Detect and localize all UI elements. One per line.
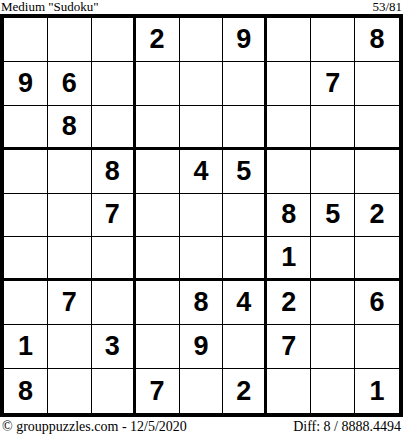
cell-r6c8[interactable] <box>311 237 355 281</box>
cell-r6c4[interactable] <box>136 237 180 281</box>
cell-r4c7[interactable] <box>267 150 311 194</box>
cell-r7c9[interactable]: 6 <box>355 281 399 325</box>
cell-r3c6[interactable] <box>223 106 267 150</box>
cell-r2c3[interactable] <box>92 62 136 106</box>
cell-r1c2[interactable] <box>48 18 92 62</box>
footer: © grouppuzzles.com - 12/5/2020 Diff: 8 /… <box>0 417 403 437</box>
cell-r9c3[interactable] <box>92 369 136 413</box>
cell-r8c7[interactable]: 7 <box>267 325 311 369</box>
cell-r6c1[interactable] <box>4 237 48 281</box>
cell-r3c3[interactable] <box>92 106 136 150</box>
cell-r9c4[interactable]: 7 <box>136 369 180 413</box>
cell-r3c9[interactable] <box>355 106 399 150</box>
cell-r7c2[interactable]: 7 <box>48 281 92 325</box>
cell-r7c1[interactable] <box>4 281 48 325</box>
cell-r5c2[interactable] <box>48 194 92 238</box>
cell-r4c6[interactable]: 5 <box>223 150 267 194</box>
cell-r8c1[interactable]: 1 <box>4 325 48 369</box>
cell-r1c3[interactable] <box>92 18 136 62</box>
cell-r5c3[interactable]: 7 <box>92 194 136 238</box>
cell-r4c1[interactable] <box>4 150 48 194</box>
cell-r3c4[interactable] <box>136 106 180 150</box>
cell-r5c9[interactable]: 2 <box>355 194 399 238</box>
cell-r8c6[interactable] <box>223 325 267 369</box>
empty-cell-counter: 53/81 <box>372 0 402 14</box>
cell-r7c5[interactable]: 8 <box>180 281 224 325</box>
cell-r4c8[interactable] <box>311 150 355 194</box>
cell-r2c8[interactable]: 7 <box>311 62 355 106</box>
cell-r3c2[interactable]: 8 <box>48 106 92 150</box>
cell-r3c1[interactable] <box>4 106 48 150</box>
cell-r2c7[interactable] <box>267 62 311 106</box>
cell-r8c4[interactable] <box>136 325 180 369</box>
cell-r8c2[interactable] <box>48 325 92 369</box>
copyright: © grouppuzzles.com - 12/5/2020 <box>2 419 187 435</box>
cell-r7c3[interactable] <box>92 281 136 325</box>
cell-r4c5[interactable]: 4 <box>180 150 224 194</box>
cell-r7c8[interactable] <box>311 281 355 325</box>
page-title: Medium "Sudoku" <box>1 0 99 14</box>
difficulty: Diff: 8 / 8888.4494 <box>293 419 401 435</box>
cell-r2c4[interactable] <box>136 62 180 106</box>
cell-r1c7[interactable] <box>267 18 311 62</box>
cell-r9c5[interactable] <box>180 369 224 413</box>
cell-r2c5[interactable] <box>180 62 224 106</box>
cell-r7c4[interactable] <box>136 281 180 325</box>
cell-r2c1[interactable]: 9 <box>4 62 48 106</box>
cell-r2c9[interactable] <box>355 62 399 106</box>
cell-r9c7[interactable] <box>267 369 311 413</box>
cell-r7c7[interactable]: 2 <box>267 281 311 325</box>
cell-r3c5[interactable] <box>180 106 224 150</box>
header: Medium "Sudoku" 53/81 <box>0 0 403 14</box>
cell-r9c2[interactable] <box>48 369 92 413</box>
cell-r7c6[interactable]: 4 <box>223 281 267 325</box>
cell-r9c1[interactable]: 8 <box>4 369 48 413</box>
cell-r9c9[interactable]: 1 <box>355 369 399 413</box>
sudoku-board: 2989678845785217842613978721 <box>0 14 403 417</box>
cell-r3c8[interactable] <box>311 106 355 150</box>
cell-r3c7[interactable] <box>267 106 311 150</box>
cell-r1c1[interactable] <box>4 18 48 62</box>
cell-r4c4[interactable] <box>136 150 180 194</box>
cell-r5c5[interactable] <box>180 194 224 238</box>
cell-r5c7[interactable]: 8 <box>267 194 311 238</box>
cell-r1c4[interactable]: 2 <box>136 18 180 62</box>
cell-r4c2[interactable] <box>48 150 92 194</box>
cell-r2c6[interactable] <box>223 62 267 106</box>
cell-r4c9[interactable] <box>355 150 399 194</box>
cell-r5c6[interactable] <box>223 194 267 238</box>
cell-r6c3[interactable] <box>92 237 136 281</box>
cell-r5c8[interactable]: 5 <box>311 194 355 238</box>
cell-r8c5[interactable]: 9 <box>180 325 224 369</box>
cell-r1c6[interactable]: 9 <box>223 18 267 62</box>
cell-r6c6[interactable] <box>223 237 267 281</box>
cell-r9c8[interactable] <box>311 369 355 413</box>
cell-r6c5[interactable] <box>180 237 224 281</box>
cell-r5c4[interactable] <box>136 194 180 238</box>
cell-r8c3[interactable]: 3 <box>92 325 136 369</box>
cell-r1c8[interactable] <box>311 18 355 62</box>
cell-r5c1[interactable] <box>4 194 48 238</box>
cell-r8c9[interactable] <box>355 325 399 369</box>
cell-r6c2[interactable] <box>48 237 92 281</box>
cell-r6c9[interactable] <box>355 237 399 281</box>
cell-r9c6[interactable]: 2 <box>223 369 267 413</box>
cell-r6c7[interactable]: 1 <box>267 237 311 281</box>
cell-r1c5[interactable] <box>180 18 224 62</box>
cell-r2c2[interactable]: 6 <box>48 62 92 106</box>
cell-r1c9[interactable]: 8 <box>355 18 399 62</box>
cell-r4c3[interactable]: 8 <box>92 150 136 194</box>
cell-r8c8[interactable] <box>311 325 355 369</box>
